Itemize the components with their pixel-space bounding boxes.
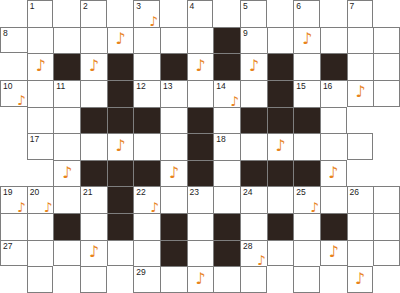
block-cell-r6c10 [267,160,294,187]
cell-r5c3[interactable] [80,133,107,160]
cell-r7c1[interactable]: 20♪ [27,186,54,213]
cell-r3c6[interactable]: 13 [160,80,187,107]
cell-r3c7[interactable] [187,80,214,107]
cell-r0c1[interactable]: 1 [27,0,54,27]
cell-r5c8[interactable]: 18 [213,133,240,160]
cell-r2c1[interactable]: ♪ [27,53,54,80]
eighth-note-icon: ♪ [89,58,99,74]
crossword-puzzle-screenshot: 123♪45678♪9♪♪♪♪♪10♪11121314♪1516♪17♪18♪♪… [0,0,400,293]
eighth-note-icon: ♪ [115,138,125,154]
clue-number-3: 3 [136,1,141,11]
cell-r1c2[interactable] [53,27,80,54]
cell-r1c14[interactable] [373,27,400,54]
void-r0c4 [107,0,134,27]
eighth-note-icon: ♪ [302,32,312,48]
cell-r4c6[interactable] [160,107,187,134]
eighth-note-icon: ♪ [169,165,179,181]
cell-r7c13[interactable]: 26 [347,186,374,213]
eighth-note-icon: ♪ [310,200,319,214]
cell-r7c10[interactable] [267,186,294,213]
cell-r5c2[interactable] [53,133,80,160]
cell-r2c5[interactable] [133,53,160,80]
eighth-note-icon: ♪ [329,244,339,260]
clue-number-23: 23 [190,187,199,197]
cell-r6c6[interactable]: ♪ [160,160,187,187]
cell-r5c1[interactable]: 17 [27,133,54,160]
cell-r3c8[interactable]: 14♪ [213,80,240,107]
cell-r9c4[interactable] [107,240,134,267]
cell-r5c11[interactable] [293,133,320,160]
cell-r0c9[interactable]: 5 [240,0,267,27]
cell-r0c13[interactable]: 7 [347,0,374,27]
cell-r10c1[interactable] [27,266,54,293]
cell-r9c0[interactable]: 27 [0,240,27,267]
cell-r3c12[interactable]: 16 [320,80,347,107]
cell-r10c9[interactable] [240,266,267,293]
eighth-note-icon: ♪ [89,245,99,261]
cell-r4c8[interactable] [213,107,240,134]
cell-r6c8[interactable] [213,160,240,187]
eighth-note-icon: ♪ [17,200,26,214]
block-cell-r6c11 [293,160,320,187]
clue-number-7: 7 [350,1,355,11]
cell-r5c4[interactable]: ♪ [107,133,134,160]
cell-r2c9[interactable]: ♪ [240,53,267,80]
void-r4c13 [347,107,374,134]
cell-r9c13[interactable] [347,240,374,267]
cell-r1c10[interactable] [267,27,294,54]
void-r6c0 [0,160,27,187]
void-r10c14 [373,266,400,293]
block-cell-r1c8 [213,27,240,54]
clue-number-26: 26 [350,187,359,197]
block-cell-r2c12 [320,53,347,80]
cell-r1c0[interactable]: 8 [0,27,27,54]
cell-r8c1[interactable] [27,213,54,240]
cell-r1c3[interactable] [80,27,107,54]
eighth-note-icon: ♪ [62,165,72,181]
cell-r10c8[interactable] [213,266,240,293]
void-r6c13 [347,160,374,187]
clue-number-22: 22 [136,187,145,197]
cell-r10c13[interactable]: ♪ [347,266,374,293]
void-r0c10 [267,0,294,27]
cell-r1c4[interactable]: ♪ [107,27,134,54]
cell-r7c12[interactable] [320,186,347,213]
clue-number-2: 2 [83,1,88,11]
cell-r7c3[interactable]: 21 [80,186,107,213]
cell-r9c10[interactable] [267,240,294,267]
cell-r2c3[interactable]: ♪ [80,53,107,80]
cell-r9c1[interactable] [27,240,54,267]
clue-number-11: 11 [56,81,65,91]
void-r0c8 [213,0,240,27]
cell-r8c3[interactable] [80,213,107,240]
cell-r9c7[interactable] [187,240,214,267]
cell-r0c11[interactable]: 6 [293,0,320,27]
cell-r8c14[interactable] [373,213,400,240]
eighth-note-icon: ♪ [149,14,158,28]
block-cell-r2c8 [213,53,240,80]
void-r0c2 [53,0,80,27]
cell-r1c9[interactable]: 9 [240,27,267,54]
cell-r6c12[interactable]: ♪ [320,160,347,187]
cell-r5c12[interactable] [320,133,347,160]
cell-r7c6[interactable] [160,186,187,213]
void-r10c10 [267,266,294,293]
clue-number-4: 4 [190,1,195,11]
clue-number-6: 6 [296,1,301,11]
eighth-note-icon: ♪ [44,200,53,214]
cell-r9c14[interactable] [373,240,400,267]
block-cell-r3c10 [267,80,294,107]
cell-r2c7[interactable]: ♪ [187,53,214,80]
block-cell-r2c2 [53,53,80,80]
crossword-board: 123♪45678♪9♪♪♪♪♪10♪11121314♪1516♪17♪18♪♪… [0,0,400,293]
eighth-note-icon: ♪ [195,271,205,287]
block-cell-r6c4 [107,160,134,187]
cell-r2c14[interactable] [373,53,400,80]
cell-r7c5[interactable]: 22♪ [133,186,160,213]
cell-r10c11[interactable] [293,266,320,293]
clue-number-28: 28 [243,241,252,251]
cell-r1c5[interactable] [133,27,160,54]
eighth-note-icon: ♪ [230,94,239,108]
cell-r4c12[interactable] [320,107,347,134]
cell-r10c7[interactable]: ♪ [187,266,214,293]
block-cell-r4c9 [240,107,267,134]
cell-r0c7[interactable]: 4 [187,0,214,27]
block-cell-r4c4 [107,107,134,134]
cell-r4c2[interactable] [53,107,80,134]
block-cell-r6c3 [80,160,107,187]
void-r0c0 [0,0,27,27]
block-cell-r9c8 [213,240,240,267]
block-cell-r4c7 [187,107,214,134]
cell-r3c13[interactable]: ♪ [347,80,374,107]
void-r4c0 [0,107,27,134]
cell-r9c11[interactable] [293,240,320,267]
cell-r8c5[interactable] [133,213,160,240]
block-cell-r8c6 [160,213,187,240]
clue-number-12: 12 [136,81,145,91]
eighth-note-icon: ♪ [355,84,365,100]
cell-r9c3[interactable]: ♪ [80,240,107,267]
block-cell-r5c7 [187,133,214,160]
block-cell-r2c6 [160,53,187,80]
void-r6c1 [27,160,54,187]
cell-r7c0[interactable]: 19♪ [0,186,27,213]
clue-number-10: 10 [3,81,12,91]
cell-r1c6[interactable] [160,27,187,54]
clue-number-27: 27 [3,241,12,251]
cell-r10c3[interactable] [80,266,107,293]
cell-r7c9[interactable]: 24 [240,186,267,213]
block-cell-r6c7 [187,160,214,187]
cell-r7c11[interactable]: 25♪ [293,186,320,213]
cell-r3c1[interactable] [27,80,54,107]
void-r10c0 [0,266,27,293]
eighth-note-icon: ♪ [328,165,338,181]
block-cell-r8c12 [320,213,347,240]
void-r10c12 [320,266,347,293]
cell-r3c5[interactable]: 12 [133,80,160,107]
eighth-note-icon: ♪ [35,58,45,74]
clue-number-13: 13 [163,81,172,91]
cell-r1c13[interactable] [347,27,374,54]
clue-number-8: 8 [3,28,8,38]
block-cell-r7c4 [107,186,134,213]
cell-r7c14[interactable] [373,186,400,213]
clue-number-1: 1 [30,1,35,11]
cell-r3c2[interactable]: 11 [53,80,80,107]
cell-r1c11[interactable]: ♪ [293,27,320,54]
cell-r0c3[interactable]: 2 [80,0,107,27]
void-r0c12 [320,0,347,27]
clue-number-14: 14 [216,81,225,91]
clue-number-16: 16 [323,81,332,91]
eighth-note-icon: ♪ [150,200,159,214]
cell-r7c8[interactable] [213,186,240,213]
block-cell-r3c4 [107,80,134,107]
block-cell-r6c5 [133,160,160,187]
eighth-note-icon: ♪ [249,58,259,74]
cell-r1c12[interactable] [320,27,347,54]
cell-r8c9[interactable] [240,213,267,240]
cell-r7c7[interactable]: 23 [187,186,214,213]
clue-number-18: 18 [216,134,225,144]
cell-r9c5[interactable] [133,240,160,267]
block-cell-r8c4 [107,213,134,240]
clue-number-21: 21 [83,187,92,197]
cell-r4c1[interactable] [27,107,54,134]
cell-r9c2[interactable] [53,240,80,267]
cell-r2c11[interactable] [293,53,320,80]
cell-r5c13[interactable] [347,133,374,160]
cell-r8c7[interactable] [187,213,214,240]
void-r0c6 [160,0,187,27]
cell-r9c9[interactable]: 28♪ [240,240,267,267]
clue-number-24: 24 [243,187,252,197]
block-cell-r4c11 [293,107,320,134]
cell-r7c2[interactable] [53,186,80,213]
cell-r5c6[interactable] [160,133,187,160]
cell-r10c6[interactable] [160,266,187,293]
cell-r5c9[interactable] [240,133,267,160]
clue-number-29: 29 [136,267,145,277]
cell-r3c9[interactable] [240,80,267,107]
cell-r6c2[interactable]: ♪ [53,160,80,187]
block-cell-r6c9 [240,160,267,187]
eighth-note-icon: ♪ [195,58,205,74]
void-r6c14 [373,160,400,187]
clue-number-20: 20 [30,187,39,197]
void-r2c0 [0,53,27,80]
clue-number-19: 19 [3,187,12,197]
block-cell-r4c3 [80,107,107,134]
block-cell-r8c2 [53,213,80,240]
cell-r5c10[interactable]: ♪ [267,133,294,160]
void-r10c4 [107,266,134,293]
void-r5c14 [373,133,400,160]
void-r10c2 [53,266,80,293]
cell-r3c0[interactable]: 10♪ [0,80,27,107]
cell-r5c5[interactable] [133,133,160,160]
eighth-note-icon: ♪ [17,93,26,107]
clue-number-17: 17 [30,134,39,144]
cell-r8c11[interactable] [293,213,320,240]
eighth-note-icon: ♪ [355,271,365,287]
block-cell-r9c6 [160,240,187,267]
cell-r0c5[interactable]: 3♪ [133,0,160,27]
cell-r2c13[interactable] [347,53,374,80]
void-r5c0 [0,133,27,160]
block-cell-r2c4 [107,53,134,80]
cell-r8c0[interactable] [0,213,27,240]
clue-number-9: 9 [243,28,248,38]
cell-r1c7[interactable] [187,27,214,54]
void-r4c14 [373,107,400,134]
cell-r1c1[interactable] [27,27,54,54]
block-cell-r8c10 [267,213,294,240]
cell-r9c12[interactable]: ♪ [320,240,347,267]
eighth-note-icon: ♪ [275,138,285,154]
clue-number-15: 15 [296,81,305,91]
clue-number-25: 25 [296,187,305,197]
cell-r3c14[interactable] [373,80,400,107]
clue-number-5: 5 [243,1,248,11]
eighth-note-icon: ♪ [257,253,266,267]
cell-r3c3[interactable] [80,80,107,107]
eighth-note-icon: ♪ [115,32,125,48]
cell-r10c5[interactable]: 29 [133,266,160,293]
block-cell-r2c10 [267,53,294,80]
cell-r3c11[interactable]: 15 [293,80,320,107]
cell-r8c13[interactable] [347,213,374,240]
block-cell-r4c10 [267,107,294,134]
block-cell-r4c5 [133,107,160,134]
block-cell-r8c8 [213,213,240,240]
void-r0c14 [373,0,400,27]
